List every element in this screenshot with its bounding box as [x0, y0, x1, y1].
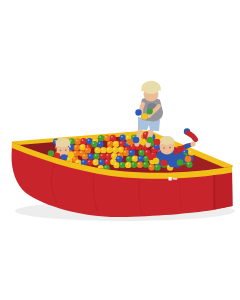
ball-highlight	[127, 157, 129, 159]
ball-highlight	[81, 145, 83, 147]
ball-highlight	[146, 151, 148, 153]
ball-highlight	[111, 136, 113, 138]
ball-highlight	[119, 148, 121, 150]
left-child-eye	[65, 149, 67, 151]
ball-highlight	[117, 157, 119, 159]
ball	[107, 141, 113, 147]
ball-highlight	[80, 151, 82, 153]
ball	[138, 156, 144, 162]
front-ball	[185, 156, 192, 163]
ball-highlight	[115, 163, 117, 165]
ball-highlight	[144, 133, 146, 135]
left-child-eye	[60, 150, 62, 152]
ball-highlight	[133, 157, 135, 159]
ball-highlight	[70, 140, 72, 142]
front-ball	[127, 139, 134, 146]
ball-highlight	[121, 136, 123, 138]
ball-highlight	[138, 163, 140, 165]
ball-highlight	[140, 151, 142, 153]
ball-highlight	[93, 139, 95, 141]
ball	[119, 162, 125, 168]
ball-highlight	[145, 157, 147, 159]
ball-highlight	[87, 145, 89, 147]
front-ball	[154, 139, 161, 146]
ball	[74, 144, 80, 150]
ball	[113, 162, 119, 168]
ball-highlight	[150, 165, 152, 167]
ball	[113, 141, 119, 147]
ball	[88, 153, 94, 159]
ball-highlight	[152, 147, 154, 149]
ball-highlight	[113, 148, 115, 150]
ball-highlight	[89, 154, 91, 156]
ball-highlight	[67, 158, 69, 160]
ball-highlight	[188, 163, 190, 165]
ball-highlight	[102, 148, 104, 150]
ball	[75, 138, 81, 144]
ball-highlight	[126, 163, 128, 165]
ball-highlight	[98, 142, 100, 144]
front-ball	[140, 139, 147, 146]
ball	[112, 147, 118, 153]
ball	[148, 164, 154, 170]
ball-highlight	[144, 163, 146, 165]
ball-highlight	[94, 160, 96, 162]
ball-highlight	[88, 139, 90, 141]
ball-highlight	[76, 139, 78, 141]
ball-highlight	[96, 148, 98, 150]
ball-highlight	[83, 155, 85, 157]
ball-highlight	[124, 151, 126, 153]
right-child-cuff	[186, 145, 190, 147]
ball-highlight	[130, 151, 132, 153]
product-photo	[0, 0, 240, 300]
ball	[129, 150, 135, 156]
ball	[188, 149, 194, 155]
held-ball	[147, 109, 153, 115]
ball-highlight	[107, 148, 109, 150]
ball-highlight	[95, 154, 97, 156]
ball-highlight	[118, 154, 120, 156]
ball-highlight	[112, 154, 114, 156]
ball-highlight	[76, 161, 78, 163]
ball	[139, 150, 145, 156]
ball-highlight	[184, 150, 186, 152]
right-child-eye	[169, 147, 171, 149]
ball-highlight	[82, 161, 84, 163]
ball	[131, 162, 137, 168]
ball	[132, 156, 138, 162]
ball-highlight	[75, 145, 77, 147]
ball-highlight	[156, 165, 158, 167]
ball	[91, 141, 97, 147]
ball-highlight	[106, 160, 108, 162]
ball-highlight	[127, 136, 129, 138]
ball	[119, 141, 125, 147]
ball	[120, 135, 126, 141]
ball	[154, 164, 160, 170]
ball	[94, 147, 100, 153]
front-ball	[169, 161, 176, 168]
ball	[110, 135, 116, 141]
ball-highlight	[189, 151, 191, 153]
ball	[106, 147, 112, 153]
ball-highlight	[108, 142, 110, 144]
pool-end-cap	[214, 172, 233, 210]
ball	[105, 153, 111, 159]
ball-highlight	[93, 142, 95, 144]
ball	[100, 147, 106, 153]
ball	[123, 150, 129, 156]
ball	[104, 135, 110, 141]
ball	[93, 159, 99, 165]
wall-seam	[214, 175, 215, 209]
ball	[126, 156, 132, 162]
ball-highlight	[86, 148, 88, 150]
right-child-hand	[190, 141, 195, 146]
ball	[98, 159, 104, 165]
front-ball	[68, 152, 75, 159]
front-ball	[133, 137, 140, 144]
ball	[186, 161, 192, 167]
ball	[143, 161, 149, 167]
ball	[125, 162, 131, 168]
ball-highlight	[107, 154, 109, 156]
ball	[80, 138, 86, 144]
ball-highlight	[74, 151, 76, 153]
front-ball	[161, 160, 168, 167]
ball-highlight	[125, 148, 127, 150]
right-child-eye	[163, 147, 165, 149]
ball	[99, 153, 105, 159]
ball-highlight	[73, 157, 75, 159]
ball	[94, 153, 100, 159]
ball	[85, 147, 91, 153]
ball	[116, 156, 122, 162]
front-ball	[147, 137, 154, 144]
ball	[104, 159, 110, 165]
ball-highlight	[120, 163, 122, 165]
front-ball	[153, 158, 160, 165]
ball-highlight	[101, 154, 103, 156]
ball-highlight	[114, 142, 116, 144]
ball	[97, 141, 103, 147]
ball	[87, 159, 93, 165]
brand-logo-mark	[169, 177, 172, 181]
ball	[82, 153, 88, 159]
brand-logo-text	[173, 178, 178, 179]
ball-highlight	[100, 160, 102, 162]
ball-highlight	[132, 163, 134, 165]
ball-highlight	[133, 136, 135, 138]
held-ball	[135, 109, 141, 115]
held-ball	[141, 113, 147, 119]
ball-highlight	[120, 142, 122, 144]
ball-highlight	[88, 160, 90, 162]
ball	[98, 135, 104, 141]
ball-pool-scene	[0, 0, 240, 300]
ball	[137, 162, 143, 168]
ball-highlight	[105, 136, 107, 138]
ball-highlight	[139, 157, 141, 159]
ball-highlight	[105, 166, 107, 168]
ball-highlight	[82, 139, 84, 141]
ball-highlight	[99, 166, 101, 168]
front-ball	[177, 159, 184, 166]
ball-highlight	[99, 136, 101, 138]
ball-highlight	[111, 160, 113, 162]
